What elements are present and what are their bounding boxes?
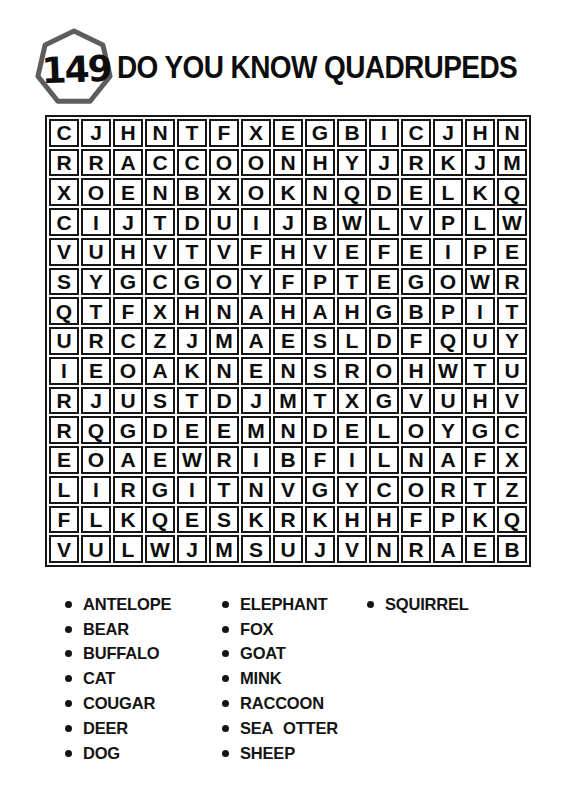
grid-cell[interactable]: U <box>433 387 463 415</box>
grid-cell[interactable]: I <box>49 357 79 385</box>
grid-cell[interactable]: O <box>81 446 111 474</box>
grid-cell[interactable]: U <box>273 535 303 563</box>
grid-cell[interactable]: H <box>465 387 495 415</box>
grid-cell[interactable]: V <box>497 387 527 415</box>
grid-cell[interactable]: P <box>305 268 335 296</box>
word-label: MINK <box>240 669 281 688</box>
word-list-column: SQUIRREL <box>367 592 469 766</box>
grid-cell[interactable]: I <box>433 238 463 266</box>
bullet-icon <box>222 700 229 707</box>
word-search-grid: CJHNTFXEGBICJHNRRACCOONHYJRKJMXOENBXOKNQ… <box>45 115 531 567</box>
grid-cell[interactable]: P <box>433 297 463 325</box>
grid-cell[interactable]: O <box>81 178 111 206</box>
grid-cell[interactable]: R <box>81 327 111 355</box>
grid-cell[interactable]: L <box>81 506 111 534</box>
grid-cell[interactable]: W <box>145 535 175 563</box>
grid-cell[interactable]: R <box>49 416 79 444</box>
grid-cell[interactable]: R <box>113 476 143 504</box>
grid-cell[interactable]: R <box>49 387 79 415</box>
grid-cell[interactable]: V <box>401 387 431 415</box>
grid-cell[interactable]: W <box>337 208 367 236</box>
grid-cell[interactable]: U <box>81 238 111 266</box>
grid-cell[interactable]: R <box>401 535 431 563</box>
grid-cell[interactable]: S <box>241 535 271 563</box>
grid-cell[interactable]: O <box>241 178 271 206</box>
grid-cell[interactable]: Z <box>145 327 175 355</box>
grid-cell[interactable]: N <box>145 119 175 147</box>
word-label: ANTELOPE <box>83 595 171 614</box>
grid-cell[interactable]: G <box>369 297 399 325</box>
grid-cell[interactable]: T <box>145 208 175 236</box>
grid-cell[interactable]: U <box>113 387 143 415</box>
bullet-icon <box>222 675 229 682</box>
grid-cell[interactable]: N <box>209 357 239 385</box>
grid-cell[interactable]: D <box>177 208 207 236</box>
bullet-icon <box>65 601 72 608</box>
grid-cell[interactable]: I <box>241 208 271 236</box>
grid-cell[interactable]: R <box>81 149 111 177</box>
grid-cell[interactable]: E <box>49 446 79 474</box>
grid-cell[interactable]: O <box>401 416 431 444</box>
grid-cell[interactable]: K <box>273 178 303 206</box>
grid-cell[interactable]: I <box>177 476 207 504</box>
grid-cell[interactable]: X <box>49 178 79 206</box>
grid-cell[interactable]: E <box>337 238 367 266</box>
bullet-icon <box>65 750 72 757</box>
grid-cell[interactable]: U <box>209 208 239 236</box>
grid-cell[interactable]: U <box>465 327 495 355</box>
grid-cell[interactable]: J <box>177 327 207 355</box>
grid-cell[interactable]: O <box>113 357 143 385</box>
grid-cell[interactable]: X <box>497 446 527 474</box>
grid-cell[interactable]: I <box>337 446 367 474</box>
grid-cell[interactable]: C <box>177 149 207 177</box>
grid-cell[interactable]: T <box>497 297 527 325</box>
grid-cell[interactable]: X <box>145 297 175 325</box>
grid-cell[interactable]: U <box>497 357 527 385</box>
grid-cell[interactable]: J <box>273 208 303 236</box>
grid-cell[interactable]: A <box>433 535 463 563</box>
grid-cell[interactable]: E <box>401 178 431 206</box>
grid-cell[interactable]: K <box>241 506 271 534</box>
word-item: SHEEP <box>222 741 367 766</box>
grid-cell[interactable]: T <box>81 297 111 325</box>
word-item: MINK <box>222 666 367 691</box>
grid-cell[interactable]: L <box>369 416 399 444</box>
grid-cell[interactable]: P <box>465 238 495 266</box>
grid-cell[interactable]: I <box>369 119 399 147</box>
grid-cell[interactable]: N <box>241 476 271 504</box>
grid-cell[interactable]: J <box>241 387 271 415</box>
grid-cell[interactable]: G <box>305 119 335 147</box>
word-item: DEER <box>65 716 222 741</box>
grid-cell[interactable]: L <box>369 208 399 236</box>
grid-cell[interactable]: V <box>49 238 79 266</box>
grid-cell[interactable]: N <box>369 535 399 563</box>
bullet-icon <box>65 725 72 732</box>
bullet-icon <box>367 601 374 608</box>
grid-cell[interactable]: Y <box>241 268 271 296</box>
grid-cell[interactable]: C <box>497 416 527 444</box>
grid-cell[interactable]: B <box>401 297 431 325</box>
puzzle-number-badge: 149 <box>34 26 118 114</box>
grid-cell[interactable]: V <box>49 535 79 563</box>
grid-cell[interactable]: A <box>145 357 175 385</box>
grid-cell[interactable]: O <box>401 476 431 504</box>
grid-cell[interactable]: L <box>369 446 399 474</box>
grid-cell[interactable]: F <box>369 238 399 266</box>
grid-cell[interactable]: L <box>113 535 143 563</box>
grid-cell[interactable]: O <box>209 268 239 296</box>
grid-cell[interactable]: G <box>465 416 495 444</box>
grid-cell[interactable]: G <box>113 268 143 296</box>
grid-cell[interactable]: Q <box>49 297 79 325</box>
grid-cell[interactable]: E <box>177 506 207 534</box>
grid-cell[interactable]: M <box>241 416 271 444</box>
word-list: ANTELOPEBEARBUFFALOCATCOUGARDEERDOGELEPH… <box>65 592 469 766</box>
word-item: ELEPHANT <box>222 592 367 617</box>
grid-cell[interactable]: G <box>369 387 399 415</box>
word-item: SEA OTTER <box>222 716 367 741</box>
grid-cell[interactable]: F <box>465 446 495 474</box>
grid-cell[interactable]: Q <box>497 506 527 534</box>
grid-cell[interactable]: H <box>305 149 335 177</box>
word-item: SQUIRREL <box>367 592 469 617</box>
grid-cell[interactable]: Q <box>497 178 527 206</box>
grid-cell[interactable]: F <box>305 446 335 474</box>
grid-cell[interactable]: C <box>369 476 399 504</box>
grid-cell[interactable]: E <box>273 119 303 147</box>
grid-cell[interactable]: E <box>81 357 111 385</box>
grid-cell[interactable]: D <box>209 387 239 415</box>
grid-cell[interactable]: U <box>49 327 79 355</box>
grid-cell[interactable]: D <box>369 178 399 206</box>
grid-cell[interactable]: A <box>241 327 271 355</box>
word-list-column: ELEPHANTFOXGOATMINKRACCOONSEA OTTERSHEEP <box>222 592 367 766</box>
grid-cell[interactable]: F <box>113 297 143 325</box>
grid-cell[interactable]: P <box>433 208 463 236</box>
grid-cell[interactable]: H <box>273 297 303 325</box>
grid-cell[interactable]: Z <box>497 476 527 504</box>
word-label: RACCOON <box>240 694 324 713</box>
grid-cell[interactable]: N <box>273 149 303 177</box>
grid-cell[interactable]: B <box>273 446 303 474</box>
grid-cell[interactable]: E <box>401 238 431 266</box>
grid-cell[interactable]: H <box>337 297 367 325</box>
grid-cell[interactable]: R <box>497 268 527 296</box>
bullet-icon <box>222 626 229 633</box>
puzzle-page: 149 DO YOU KNOW QUADRUPEDS CJHNTFXEGBICJ… <box>0 0 565 800</box>
grid-cell[interactable]: R <box>337 357 367 385</box>
grid-cell[interactable]: L <box>465 208 495 236</box>
grid-cell[interactable]: T <box>209 476 239 504</box>
grid-cell[interactable]: H <box>177 297 207 325</box>
grid-cell[interactable]: K <box>113 506 143 534</box>
grid-cell[interactable]: H <box>465 119 495 147</box>
word-label: CAT <box>83 669 115 688</box>
grid-cell[interactable]: H <box>401 357 431 385</box>
grid-cell[interactable]: F <box>209 119 239 147</box>
grid-cell[interactable]: F <box>401 506 431 534</box>
grid-cell[interactable]: E <box>497 238 527 266</box>
bullet-icon <box>222 601 229 608</box>
word-item: COUGAR <box>65 691 222 716</box>
grid-cell[interactable]: J <box>433 119 463 147</box>
word-list-column: ANTELOPEBEARBUFFALOCATCOUGARDEERDOG <box>65 592 222 766</box>
grid-cell[interactable]: I <box>81 476 111 504</box>
grid-cell[interactable]: Y <box>337 476 367 504</box>
bullet-icon <box>65 650 72 657</box>
grid-cell[interactable]: P <box>433 506 463 534</box>
grid-cell[interactable]: R <box>273 506 303 534</box>
grid-cell[interactable]: Q <box>337 178 367 206</box>
grid-cell[interactable]: F <box>273 268 303 296</box>
grid-cell[interactable]: R <box>49 149 79 177</box>
word-label: SEA OTTER <box>240 719 338 738</box>
grid-cell[interactable]: A <box>113 149 143 177</box>
grid-cell[interactable]: L <box>433 178 463 206</box>
grid-cell[interactable]: V <box>145 238 175 266</box>
grid-cell[interactable]: M <box>209 327 239 355</box>
grid-cell[interactable]: U <box>81 535 111 563</box>
word-label: SQUIRREL <box>385 595 469 614</box>
grid-cell[interactable]: A <box>305 297 335 325</box>
grid-cell[interactable]: N <box>273 416 303 444</box>
grid-cell[interactable]: K <box>177 357 207 385</box>
grid-cell[interactable]: Q <box>433 327 463 355</box>
grid-cell[interactable]: X <box>209 178 239 206</box>
grid-cell[interactable]: O <box>209 149 239 177</box>
word-item: DOG <box>65 741 222 766</box>
word-label: DOG <box>83 744 120 763</box>
grid-cell[interactable]: N <box>273 357 303 385</box>
grid-cell[interactable]: X <box>241 119 271 147</box>
grid-cell[interactable]: H <box>113 238 143 266</box>
word-label: DEER <box>83 719 128 738</box>
grid-cell[interactable]: M <box>497 149 527 177</box>
grid-cell[interactable]: J <box>81 387 111 415</box>
grid-cell[interactable]: C <box>145 149 175 177</box>
grid-cell[interactable]: D <box>369 327 399 355</box>
grid-cell[interactable]: O <box>369 357 399 385</box>
grid-cell[interactable]: H <box>369 506 399 534</box>
grid-cell[interactable]: Q <box>81 416 111 444</box>
word-item: ANTELOPE <box>65 592 222 617</box>
grid-cell[interactable]: B <box>305 208 335 236</box>
grid-cell[interactable]: G <box>113 416 143 444</box>
grid-cell[interactable]: T <box>177 387 207 415</box>
word-label: GOAT <box>240 644 286 663</box>
grid-cell[interactable]: A <box>113 446 143 474</box>
grid-cell[interactable]: J <box>465 149 495 177</box>
word-item: RACCOON <box>222 691 367 716</box>
grid-cell[interactable]: K <box>433 149 463 177</box>
grid-cell[interactable]: T <box>177 238 207 266</box>
word-label: SHEEP <box>240 744 295 763</box>
grid-cell[interactable]: E <box>241 357 271 385</box>
grid-cell[interactable]: A <box>241 297 271 325</box>
word-label: COUGAR <box>83 694 155 713</box>
grid-cell[interactable]: O <box>433 268 463 296</box>
word-label: BEAR <box>83 620 129 639</box>
grid-cell[interactable]: S <box>305 327 335 355</box>
grid-cell[interactable]: Y <box>433 416 463 444</box>
grid-cell[interactable]: V <box>305 238 335 266</box>
grid-cell[interactable]: F <box>49 506 79 534</box>
grid-cell[interactable]: Y <box>497 327 527 355</box>
grid-cell[interactable]: H <box>337 506 367 534</box>
page-title: DO YOU KNOW QUADRUPEDS <box>117 49 517 85</box>
grid-cell[interactable]: S <box>209 506 239 534</box>
word-item: FOX <box>222 617 367 642</box>
grid-cell[interactable]: T <box>337 268 367 296</box>
grid-cell[interactable]: Y <box>337 149 367 177</box>
grid-cell[interactable]: V <box>337 535 367 563</box>
grid-cell[interactable]: C <box>49 208 79 236</box>
grid-cell[interactable]: E <box>337 416 367 444</box>
word-label: ELEPHANT <box>240 595 327 614</box>
grid-cell[interactable]: I <box>81 208 111 236</box>
grid-cell[interactable]: V <box>273 476 303 504</box>
grid-cell[interactable]: B <box>497 535 527 563</box>
grid-cell[interactable]: B <box>177 178 207 206</box>
word-label: BUFFALO <box>83 644 160 663</box>
grid-cell[interactable]: G <box>401 268 431 296</box>
grid-cell[interactable]: N <box>401 446 431 474</box>
grid-cell[interactable]: F <box>401 327 431 355</box>
grid-cell[interactable]: A <box>433 446 463 474</box>
grid-cell[interactable]: V <box>401 208 431 236</box>
grid-cell[interactable]: Y <box>81 268 111 296</box>
grid-cell[interactable]: T <box>465 476 495 504</box>
grid-cell[interactable]: J <box>81 119 111 147</box>
grid-cell[interactable]: I <box>465 297 495 325</box>
grid-cell[interactable]: E <box>113 178 143 206</box>
grid-cell[interactable]: D <box>145 416 175 444</box>
bullet-icon <box>65 700 72 707</box>
grid-cell[interactable]: L <box>49 476 79 504</box>
grid-cell[interactable]: W <box>497 208 527 236</box>
grid-cell[interactable]: S <box>49 268 79 296</box>
grid-cell[interactable]: D <box>305 416 335 444</box>
grid-cell[interactable]: H <box>113 119 143 147</box>
grid-cell[interactable]: E <box>209 416 239 444</box>
grid-cell[interactable]: B <box>337 119 367 147</box>
word-item: CAT <box>65 666 222 691</box>
grid-cell[interactable]: E <box>465 535 495 563</box>
grid-cell[interactable]: R <box>209 446 239 474</box>
grid-cell[interactable]: S <box>305 357 335 385</box>
bullet-icon <box>222 725 229 732</box>
grid-cell[interactable]: C <box>401 119 431 147</box>
grid-cell[interactable]: O <box>241 149 271 177</box>
grid-cell[interactable]: N <box>497 119 527 147</box>
grid-cell[interactable]: J <box>305 535 335 563</box>
grid-cell[interactable]: R <box>401 149 431 177</box>
grid-cell[interactable]: F <box>241 238 271 266</box>
grid-cell[interactable]: K <box>465 178 495 206</box>
grid-cell[interactable]: T <box>465 357 495 385</box>
grid-cell[interactable]: N <box>209 297 239 325</box>
bullet-icon <box>222 650 229 657</box>
grid-cell[interactable]: S <box>145 387 175 415</box>
grid-cell[interactable]: M <box>273 387 303 415</box>
grid-cell[interactable]: E <box>273 327 303 355</box>
grid-cell[interactable]: K <box>465 506 495 534</box>
grid-cell[interactable]: J <box>113 208 143 236</box>
grid-cell[interactable]: N <box>305 178 335 206</box>
grid-cell[interactable]: E <box>177 416 207 444</box>
grid-cell[interactable]: T <box>177 119 207 147</box>
grid-cell[interactable]: G <box>305 476 335 504</box>
grid-cell[interactable]: G <box>145 476 175 504</box>
word-item: GOAT <box>222 642 367 667</box>
bullet-icon <box>222 750 229 757</box>
grid-cell[interactable]: E <box>145 446 175 474</box>
grid-cell[interactable]: M <box>209 535 239 563</box>
grid-cell[interactable]: L <box>337 327 367 355</box>
grid-cell[interactable]: V <box>209 238 239 266</box>
grid-cell[interactable]: W <box>433 357 463 385</box>
grid-cell[interactable]: Q <box>145 506 175 534</box>
grid-cell[interactable]: W <box>177 446 207 474</box>
bullet-icon <box>65 675 72 682</box>
grid-cell[interactable]: E <box>369 268 399 296</box>
grid-cell[interactable]: C <box>145 268 175 296</box>
grid-cell[interactable]: C <box>49 119 79 147</box>
word-item: BUFFALO <box>65 642 222 667</box>
grid-cell[interactable]: N <box>145 178 175 206</box>
grid-cell[interactable]: G <box>177 268 207 296</box>
grid-cell[interactable]: W <box>465 268 495 296</box>
grid-cell[interactable]: X <box>337 387 367 415</box>
grid-cell[interactable]: J <box>177 535 207 563</box>
word-label: FOX <box>240 620 273 639</box>
bullet-icon <box>65 626 72 633</box>
grid-cell[interactable]: K <box>305 506 335 534</box>
grid-cell[interactable]: H <box>273 238 303 266</box>
grid-cell[interactable]: T <box>305 387 335 415</box>
grid-cell[interactable]: I <box>241 446 271 474</box>
grid-cell[interactable]: C <box>113 327 143 355</box>
grid-cell[interactable]: R <box>433 476 463 504</box>
word-item: BEAR <box>65 617 222 642</box>
grid-cell[interactable]: J <box>369 149 399 177</box>
puzzle-number: 149 <box>33 27 120 112</box>
